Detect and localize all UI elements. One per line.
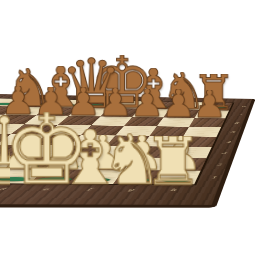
square-d1[interactable]: ♛ (0, 169, 45, 183)
piece-black-pawn[interactable]: ♟ (192, 90, 226, 120)
piece-white-queen[interactable]: ♛ (0, 115, 45, 188)
rank-label-6: 6 (228, 119, 245, 128)
square-f7[interactable]: ♟ (132, 109, 170, 118)
board-frame: ♜♞♝♛♚♝♞♜♟♟♟♟♟♟♟♟♟♟♟♟♟♟♟♟♜♞♝♛♚♝♞♜ abcdefg… (0, 94, 255, 208)
chess-photo: ♜♞♝♛♚♝♞♜♟♟♟♟♟♟♟♟♟♟♟♟♟♟♟♟♜♞♝♛♚♝♞♜ abcdefg… (0, 0, 255, 255)
board-grid: ♜♞♝♛♚♝♞♜♟♟♟♟♟♟♟♟♟♟♟♟♟♟♟♟♜♞♝♛♚♝♞♜ (0, 98, 233, 184)
piece-black-pawn[interactable]: ♟ (129, 89, 164, 119)
square-g7[interactable]: ♟ (163, 109, 199, 118)
square-h7[interactable]: ♟ (194, 110, 229, 119)
rank-label-5: 5 (224, 127, 242, 137)
scene: ♜♞♝♛♚♝♞♜♟♟♟♟♟♟♟♟♟♟♟♟♟♟♟♟♜♞♝♛♚♝♞♜ abcdefg… (0, 0, 255, 255)
rank-label-1: 1 (203, 171, 225, 185)
rank-label-3: 3 (214, 147, 234, 158)
rank-label-7: 7 (232, 111, 248, 119)
playing-area-border: ♜♞♝♛♚♝♞♜♟♟♟♟♟♟♟♟♟♟♟♟♟♟♟♟♜♞♝♛♚♝♞♜ (0, 98, 234, 185)
rank-label-2: 2 (209, 158, 230, 170)
rank-label-4: 4 (219, 137, 238, 147)
piece-black-pawn[interactable]: ♟ (161, 89, 195, 119)
